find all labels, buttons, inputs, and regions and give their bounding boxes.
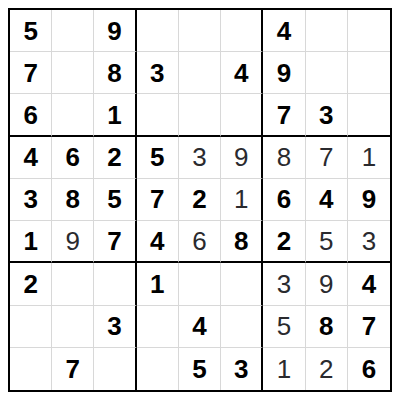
cell-r3c1[interactable]: 6 xyxy=(10,94,52,136)
cell-r7c4[interactable]: 1 xyxy=(137,263,179,305)
cell-r4c6[interactable]: 9 xyxy=(221,137,263,179)
cell-r4c5[interactable]: 3 xyxy=(179,137,221,179)
cell-r7c7[interactable]: 3 xyxy=(263,263,305,305)
cell-r5c9[interactable]: 9 xyxy=(348,179,390,221)
cell-r6c8[interactable]: 5 xyxy=(306,221,348,263)
cell-r9c9[interactable]: 6 xyxy=(348,348,390,390)
cell-r2c4[interactable]: 3 xyxy=(137,52,179,94)
cell-r3c7[interactable]: 7 xyxy=(263,94,305,136)
cell-r1c1[interactable]: 5 xyxy=(10,10,52,52)
cell-r7c1[interactable]: 2 xyxy=(10,263,52,305)
cell-r6c9[interactable]: 3 xyxy=(348,221,390,263)
cell-r7c3[interactable] xyxy=(94,263,136,305)
cell-r3c6[interactable] xyxy=(221,94,263,136)
cell-r4c8[interactable]: 7 xyxy=(306,137,348,179)
cell-r9c6[interactable]: 3 xyxy=(221,348,263,390)
cell-r1c7[interactable]: 4 xyxy=(263,10,305,52)
cell-r9c7[interactable]: 1 xyxy=(263,348,305,390)
cell-r4c7[interactable]: 8 xyxy=(263,137,305,179)
cell-r2c1[interactable]: 7 xyxy=(10,52,52,94)
cell-r8c3[interactable]: 3 xyxy=(94,306,136,348)
cell-r7c6[interactable] xyxy=(221,263,263,305)
cell-r8c5[interactable]: 4 xyxy=(179,306,221,348)
cell-r9c3[interactable] xyxy=(94,348,136,390)
cell-r6c4[interactable]: 4 xyxy=(137,221,179,263)
cell-r6c2[interactable]: 9 xyxy=(52,221,94,263)
cell-r9c8[interactable]: 2 xyxy=(306,348,348,390)
cell-r8c4[interactable] xyxy=(137,306,179,348)
cell-r5c1[interactable]: 3 xyxy=(10,179,52,221)
cell-r5c7[interactable]: 6 xyxy=(263,179,305,221)
cell-r8c6[interactable] xyxy=(221,306,263,348)
cell-r4c9[interactable]: 1 xyxy=(348,137,390,179)
cell-r9c5[interactable]: 5 xyxy=(179,348,221,390)
cell-r5c4[interactable]: 7 xyxy=(137,179,179,221)
cell-r8c8[interactable]: 8 xyxy=(306,306,348,348)
cell-r6c5[interactable]: 6 xyxy=(179,221,221,263)
cell-r3c4[interactable] xyxy=(137,94,179,136)
cell-r4c1[interactable]: 4 xyxy=(10,137,52,179)
cell-r1c5[interactable] xyxy=(179,10,221,52)
cell-r8c7[interactable]: 5 xyxy=(263,306,305,348)
cell-r1c9[interactable] xyxy=(348,10,390,52)
cell-r6c6[interactable]: 8 xyxy=(221,221,263,263)
cell-r1c2[interactable] xyxy=(52,10,94,52)
cell-r5c3[interactable]: 5 xyxy=(94,179,136,221)
cell-r3c2[interactable] xyxy=(52,94,94,136)
cell-r5c8[interactable]: 4 xyxy=(306,179,348,221)
cell-r2c9[interactable] xyxy=(348,52,390,94)
cell-r7c8[interactable]: 9 xyxy=(306,263,348,305)
cell-r9c2[interactable]: 7 xyxy=(52,348,94,390)
cell-r5c6[interactable]: 1 xyxy=(221,179,263,221)
cell-r5c2[interactable]: 8 xyxy=(52,179,94,221)
cell-r8c9[interactable]: 7 xyxy=(348,306,390,348)
cell-r9c4[interactable] xyxy=(137,348,179,390)
cell-r1c4[interactable] xyxy=(137,10,179,52)
cell-r4c3[interactable]: 2 xyxy=(94,137,136,179)
sudoku-board: 5947834961734625398713857216491974682532… xyxy=(8,8,392,392)
cell-r6c7[interactable]: 2 xyxy=(263,221,305,263)
cell-r2c5[interactable] xyxy=(179,52,221,94)
cell-r2c6[interactable]: 4 xyxy=(221,52,263,94)
cell-r7c9[interactable]: 4 xyxy=(348,263,390,305)
cell-r1c3[interactable]: 9 xyxy=(94,10,136,52)
cell-r4c4[interactable]: 5 xyxy=(137,137,179,179)
cell-r3c3[interactable]: 1 xyxy=(94,94,136,136)
cell-r2c8[interactable] xyxy=(306,52,348,94)
cell-r8c2[interactable] xyxy=(52,306,94,348)
cell-r6c1[interactable]: 1 xyxy=(10,221,52,263)
cell-r1c8[interactable] xyxy=(306,10,348,52)
cell-r7c5[interactable] xyxy=(179,263,221,305)
cell-r3c5[interactable] xyxy=(179,94,221,136)
cell-r9c1[interactable] xyxy=(10,348,52,390)
cell-r2c7[interactable]: 9 xyxy=(263,52,305,94)
cell-r2c3[interactable]: 8 xyxy=(94,52,136,94)
cell-r3c9[interactable] xyxy=(348,94,390,136)
cell-r1c6[interactable] xyxy=(221,10,263,52)
cell-r8c1[interactable] xyxy=(10,306,52,348)
cell-r7c2[interactable] xyxy=(52,263,94,305)
cell-r3c8[interactable]: 3 xyxy=(306,94,348,136)
cell-r6c3[interactable]: 7 xyxy=(94,221,136,263)
cell-r2c2[interactable] xyxy=(52,52,94,94)
cell-r5c5[interactable]: 2 xyxy=(179,179,221,221)
cell-r4c2[interactable]: 6 xyxy=(52,137,94,179)
